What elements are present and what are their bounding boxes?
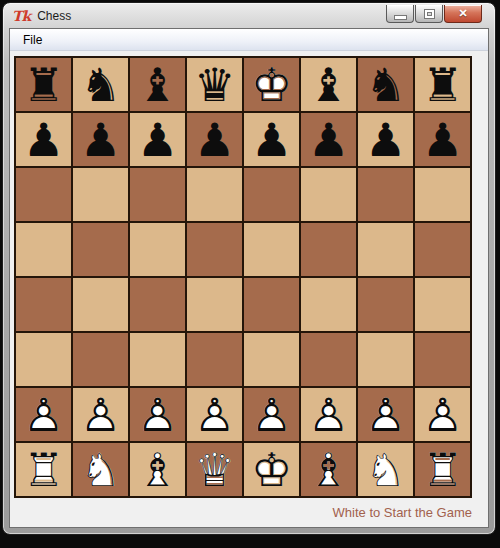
square-f2[interactable]: ♟♙ — [300, 387, 357, 442]
status-text: White to Start the Game — [333, 505, 472, 520]
square-g5[interactable] — [357, 222, 414, 277]
black-queen: ♛ — [194, 62, 235, 108]
maximize-icon — [425, 10, 434, 18]
white-styled-pawn: ♟♙ — [365, 392, 406, 438]
square-c8[interactable]: ♝ — [129, 57, 186, 112]
square-c7[interactable]: ♟ — [129, 112, 186, 167]
square-e4[interactable] — [243, 277, 300, 332]
white-styled-pawn: ♟♙ — [194, 392, 235, 438]
square-g4[interactable] — [357, 277, 414, 332]
black-pawn: ♟ — [422, 117, 463, 163]
square-d7[interactable]: ♟ — [186, 112, 243, 167]
square-g3[interactable] — [357, 332, 414, 387]
square-b8[interactable]: ♞ — [72, 57, 129, 112]
black-bishop: ♝ — [137, 62, 178, 108]
square-h5[interactable] — [414, 222, 471, 277]
square-f7[interactable]: ♟ — [300, 112, 357, 167]
square-d6[interactable] — [186, 167, 243, 222]
menu-bar: File — [10, 29, 488, 51]
square-e3[interactable] — [243, 332, 300, 387]
square-a2[interactable]: ♟♙ — [15, 387, 72, 442]
window-title: Chess — [37, 9, 71, 23]
close-icon: ✕ — [458, 7, 467, 20]
black-pawn: ♟ — [80, 117, 121, 163]
square-d2[interactable]: ♟♙ — [186, 387, 243, 442]
square-c4[interactable] — [129, 277, 186, 332]
black-rook: ♜ — [422, 62, 463, 108]
square-f3[interactable] — [300, 332, 357, 387]
square-g8[interactable]: ♞ — [357, 57, 414, 112]
black-pawn: ♟ — [365, 117, 406, 163]
white-styled-bishop: ♝♗ — [308, 447, 349, 493]
square-e6[interactable] — [243, 167, 300, 222]
square-d5[interactable] — [186, 222, 243, 277]
white-styled-knight: ♞♘ — [365, 447, 406, 493]
black-pawn: ♟ — [308, 117, 349, 163]
square-a3[interactable] — [15, 332, 72, 387]
white-styled-pawn: ♟♙ — [251, 392, 292, 438]
square-a1[interactable]: ♜♖ — [15, 442, 72, 497]
black-knight: ♞ — [80, 62, 121, 108]
square-e1[interactable]: ♚♔ — [243, 442, 300, 497]
square-h3[interactable] — [414, 332, 471, 387]
menu-item-file[interactable]: File — [17, 31, 48, 49]
square-g1[interactable]: ♞♘ — [357, 442, 414, 497]
chess-board: ♜♞♝♛♚♔♝♞♜♟♟♟♟♟♟♟♟♟♙♟♙♟♙♟♙♟♙♟♙♟♙♟♙♜♖♞♘♝♗♛… — [14, 56, 472, 498]
square-d8[interactable]: ♛ — [186, 57, 243, 112]
square-c3[interactable] — [129, 332, 186, 387]
square-h7[interactable]: ♟ — [414, 112, 471, 167]
square-b6[interactable] — [72, 167, 129, 222]
square-h8[interactable]: ♜ — [414, 57, 471, 112]
white-styled-knight: ♞♘ — [80, 447, 121, 493]
white-styled-pawn: ♟♙ — [137, 392, 178, 438]
white-styled-pawn: ♟♙ — [23, 392, 64, 438]
square-g2[interactable]: ♟♙ — [357, 387, 414, 442]
square-d4[interactable] — [186, 277, 243, 332]
square-b3[interactable] — [72, 332, 129, 387]
square-c6[interactable] — [129, 167, 186, 222]
square-e2[interactable]: ♟♙ — [243, 387, 300, 442]
black-pawn: ♟ — [194, 117, 235, 163]
white-styled-pawn: ♟♙ — [80, 392, 121, 438]
square-b2[interactable]: ♟♙ — [72, 387, 129, 442]
black-pawn: ♟ — [23, 117, 64, 163]
client-area: File ♜♞♝♛♚♔♝♞♜♟♟♟♟♟♟♟♟♟♙♟♙♟♙♟♙♟♙♟♙♟♙♟♙♜♖… — [9, 28, 489, 528]
square-h1[interactable]: ♜♖ — [414, 442, 471, 497]
square-h4[interactable] — [414, 277, 471, 332]
white-styled-king: ♚♔ — [251, 447, 292, 493]
black-pawn: ♟ — [251, 117, 292, 163]
window-controls: ✕ — [386, 5, 482, 23]
square-e5[interactable] — [243, 222, 300, 277]
square-f5[interactable] — [300, 222, 357, 277]
square-a5[interactable] — [15, 222, 72, 277]
square-e7[interactable]: ♟ — [243, 112, 300, 167]
square-c2[interactable]: ♟♙ — [129, 387, 186, 442]
square-e8[interactable]: ♚♔ — [243, 57, 300, 112]
square-f6[interactable] — [300, 167, 357, 222]
square-h2[interactable]: ♟♙ — [414, 387, 471, 442]
square-g6[interactable] — [357, 167, 414, 222]
square-d1[interactable]: ♛♕ — [186, 442, 243, 497]
white-styled-pawn: ♟♙ — [422, 392, 463, 438]
square-g7[interactable]: ♟ — [357, 112, 414, 167]
minimize-icon — [395, 16, 406, 19]
black-rook: ♜ — [23, 62, 64, 108]
square-f4[interactable] — [300, 277, 357, 332]
white-styled-rook: ♜♖ — [422, 447, 463, 493]
square-b5[interactable] — [72, 222, 129, 277]
square-a4[interactable] — [15, 277, 72, 332]
square-a6[interactable] — [15, 167, 72, 222]
square-h6[interactable] — [414, 167, 471, 222]
white-styled-rook: ♜♖ — [23, 447, 64, 493]
square-f8[interactable]: ♝ — [300, 57, 357, 112]
maximize-button[interactable] — [415, 5, 443, 23]
white-styled-bishop: ♝♗ — [137, 447, 178, 493]
square-b7[interactable]: ♟ — [72, 112, 129, 167]
square-c5[interactable] — [129, 222, 186, 277]
white-styled-king: ♚♔ — [251, 62, 292, 108]
square-d3[interactable] — [186, 332, 243, 387]
black-knight: ♞ — [365, 62, 406, 108]
minimize-button[interactable] — [386, 5, 414, 23]
status-bar: White to Start the Game — [10, 498, 488, 527]
square-b4[interactable] — [72, 277, 129, 332]
black-pawn: ♟ — [137, 117, 178, 163]
white-styled-pawn: ♟♙ — [308, 392, 349, 438]
chess-app-window: Tk Chess ✕ File ♜♞♝♛♚♔♝♞♜♟♟♟♟♟♟♟♟♟♙♟♙♟♙♟… — [2, 2, 496, 535]
title-bar[interactable]: Tk Chess ✕ — [3, 3, 495, 28]
white-styled-queen: ♛♕ — [194, 447, 235, 493]
close-button[interactable]: ✕ — [444, 5, 482, 23]
square-a8[interactable]: ♜ — [15, 57, 72, 112]
square-c1[interactable]: ♝♗ — [129, 442, 186, 497]
board-container: ♜♞♝♛♚♔♝♞♜♟♟♟♟♟♟♟♟♟♙♟♙♟♙♟♙♟♙♟♙♟♙♟♙♜♖♞♘♝♗♛… — [10, 51, 488, 498]
black-bishop: ♝ — [308, 62, 349, 108]
square-f1[interactable]: ♝♗ — [300, 442, 357, 497]
square-b1[interactable]: ♞♘ — [72, 442, 129, 497]
tk-logo-icon: Tk — [12, 9, 30, 23]
square-a7[interactable]: ♟ — [15, 112, 72, 167]
